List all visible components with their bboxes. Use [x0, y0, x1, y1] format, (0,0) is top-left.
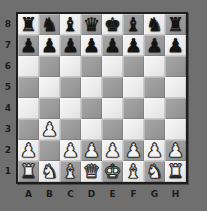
square-f6[interactable]	[123, 56, 144, 77]
square-a4[interactable]	[18, 98, 39, 119]
rank-label-4: 4	[0, 98, 16, 119]
square-f1[interactable]: ♝	[123, 161, 144, 182]
piece-black-pawn-e7[interactable]: ♟	[104, 36, 121, 55]
chess-board-frame: ♜♞♝♛♚♝♞♜♟♟♟♟♟♟♟♟♟♟♟♟♟♟♟♟♜♞♝♛♚♝♞♜	[16, 12, 188, 184]
square-d6[interactable]	[81, 56, 102, 77]
piece-black-bishop-c8[interactable]: ♝	[62, 15, 79, 34]
square-e3[interactable]	[102, 119, 123, 140]
square-g5[interactable]	[144, 77, 165, 98]
file-label-e: E	[102, 188, 123, 200]
file-label-a: A	[18, 188, 39, 200]
square-e5[interactable]	[102, 77, 123, 98]
square-c7[interactable]: ♟	[60, 35, 81, 56]
square-g3[interactable]	[144, 119, 165, 140]
piece-black-pawn-f7[interactable]: ♟	[125, 36, 142, 55]
piece-black-rook-h8[interactable]: ♜	[167, 15, 184, 34]
piece-white-bishop-c1[interactable]: ♝	[62, 162, 79, 181]
rank-labels: 87654321	[0, 14, 16, 182]
piece-white-knight-b1[interactable]: ♞	[41, 162, 58, 181]
square-c1[interactable]: ♝	[60, 161, 81, 182]
square-d2[interactable]: ♟	[81, 140, 102, 161]
square-g6[interactable]	[144, 56, 165, 77]
rank-label-2: 2	[0, 140, 16, 161]
rank-label-1: 1	[0, 161, 16, 182]
piece-black-pawn-a7[interactable]: ♟	[20, 36, 37, 55]
rank-label-7: 7	[0, 35, 16, 56]
file-label-b: B	[39, 188, 60, 200]
piece-black-pawn-h7[interactable]: ♟	[167, 36, 184, 55]
square-h1[interactable]: ♜	[165, 161, 186, 182]
square-b1[interactable]: ♞	[39, 161, 60, 182]
square-g8[interactable]: ♞	[144, 14, 165, 35]
square-h4[interactable]	[165, 98, 186, 119]
piece-white-king-e1[interactable]: ♚	[104, 162, 121, 181]
square-c6[interactable]	[60, 56, 81, 77]
square-d3[interactable]	[81, 119, 102, 140]
square-h6[interactable]	[165, 56, 186, 77]
piece-white-pawn-b3[interactable]: ♟	[41, 120, 58, 139]
square-a1[interactable]: ♜	[18, 161, 39, 182]
piece-black-pawn-d7[interactable]: ♟	[83, 36, 100, 55]
square-d4[interactable]	[81, 98, 102, 119]
file-label-h: H	[165, 188, 186, 200]
square-h5[interactable]	[165, 77, 186, 98]
file-label-d: D	[81, 188, 102, 200]
square-h2[interactable]: ♟	[165, 140, 186, 161]
file-label-g: G	[144, 188, 165, 200]
square-a6[interactable]	[18, 56, 39, 77]
square-h7[interactable]: ♟	[165, 35, 186, 56]
square-h3[interactable]	[165, 119, 186, 140]
piece-white-pawn-g2[interactable]: ♟	[146, 141, 163, 160]
square-a8[interactable]: ♜	[18, 14, 39, 35]
rank-label-8: 8	[0, 14, 16, 35]
square-g7[interactable]: ♟	[144, 35, 165, 56]
piece-white-pawn-c2[interactable]: ♟	[62, 141, 79, 160]
piece-white-queen-d1[interactable]: ♛	[83, 162, 100, 181]
square-e4[interactable]	[102, 98, 123, 119]
square-c3[interactable]	[60, 119, 81, 140]
file-label-f: F	[123, 188, 144, 200]
square-e2[interactable]: ♟	[102, 140, 123, 161]
square-b2[interactable]	[39, 140, 60, 161]
square-g2[interactable]: ♟	[144, 140, 165, 161]
square-g4[interactable]	[144, 98, 165, 119]
file-label-c: C	[60, 188, 81, 200]
piece-black-king-e8[interactable]: ♚	[104, 15, 121, 34]
piece-black-queen-d8[interactable]: ♛	[83, 15, 100, 34]
square-a3[interactable]	[18, 119, 39, 140]
square-e6[interactable]	[102, 56, 123, 77]
square-b8[interactable]: ♞	[39, 14, 60, 35]
piece-black-pawn-c7[interactable]: ♟	[62, 36, 79, 55]
square-c4[interactable]	[60, 98, 81, 119]
square-d5[interactable]	[81, 77, 102, 98]
square-b6[interactable]	[39, 56, 60, 77]
piece-white-rook-h1[interactable]: ♜	[167, 162, 184, 181]
square-c5[interactable]	[60, 77, 81, 98]
piece-white-knight-g1[interactable]: ♞	[146, 162, 163, 181]
rank-label-3: 3	[0, 119, 16, 140]
square-e8[interactable]: ♚	[102, 14, 123, 35]
chess-board: ♜♞♝♛♚♝♞♜♟♟♟♟♟♟♟♟♟♟♟♟♟♟♟♟♜♞♝♛♚♝♞♜	[18, 14, 186, 182]
square-f2[interactable]: ♟	[123, 140, 144, 161]
square-a2[interactable]: ♟	[18, 140, 39, 161]
rank-label-5: 5	[0, 77, 16, 98]
piece-black-pawn-b7[interactable]: ♟	[41, 36, 58, 55]
square-h8[interactable]: ♜	[165, 14, 186, 35]
square-d1[interactable]: ♛	[81, 161, 102, 182]
rank-label-6: 6	[0, 56, 16, 77]
file-labels: ABCDEFGH	[18, 188, 186, 200]
chessboard-widget: 87654321 ♜♞♝♛♚♝♞♜♟♟♟♟♟♟♟♟♟♟♟♟♟♟♟♟♜♞♝♛♚♝♞…	[0, 0, 207, 211]
piece-white-bishop-f1[interactable]: ♝	[125, 162, 142, 181]
piece-black-pawn-g7[interactable]: ♟	[146, 36, 163, 55]
square-e1[interactable]: ♚	[102, 161, 123, 182]
square-f7[interactable]: ♟	[123, 35, 144, 56]
piece-white-pawn-a2[interactable]: ♟	[20, 141, 37, 160]
piece-white-pawn-e2[interactable]: ♟	[104, 141, 121, 160]
square-d8[interactable]: ♛	[81, 14, 102, 35]
square-f3[interactable]	[123, 119, 144, 140]
square-g1[interactable]: ♞	[144, 161, 165, 182]
piece-white-pawn-d2[interactable]: ♟	[83, 141, 100, 160]
square-a7[interactable]: ♟	[18, 35, 39, 56]
piece-white-rook-a1[interactable]: ♜	[20, 162, 37, 181]
piece-black-rook-a8[interactable]: ♜	[20, 15, 37, 34]
square-a5[interactable]	[18, 77, 39, 98]
square-b5[interactable]	[39, 77, 60, 98]
square-b7[interactable]: ♟	[39, 35, 60, 56]
piece-black-bishop-f8[interactable]: ♝	[125, 15, 142, 34]
square-b3[interactable]: ♟	[39, 119, 60, 140]
square-d7[interactable]: ♟	[81, 35, 102, 56]
square-f5[interactable]	[123, 77, 144, 98]
piece-black-knight-g8[interactable]: ♞	[146, 15, 163, 34]
square-c2[interactable]: ♟	[60, 140, 81, 161]
piece-white-pawn-f2[interactable]: ♟	[125, 141, 142, 160]
square-f8[interactable]: ♝	[123, 14, 144, 35]
piece-white-pawn-h2[interactable]: ♟	[167, 141, 184, 160]
square-e7[interactable]: ♟	[102, 35, 123, 56]
square-f4[interactable]	[123, 98, 144, 119]
square-c8[interactable]: ♝	[60, 14, 81, 35]
piece-black-knight-b8[interactable]: ♞	[41, 15, 58, 34]
square-b4[interactable]	[39, 98, 60, 119]
